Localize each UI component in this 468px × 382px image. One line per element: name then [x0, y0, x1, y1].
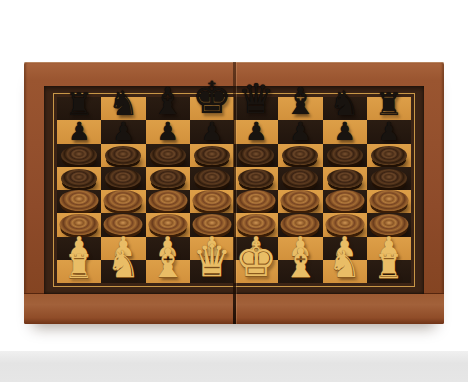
- square: [146, 144, 190, 167]
- square: ♟: [101, 237, 145, 260]
- square: ♟: [367, 237, 411, 260]
- black-pawn: ♟: [156, 119, 178, 144]
- dark-draughtsman: [282, 146, 318, 165]
- square: [146, 167, 190, 190]
- square: ♟: [367, 120, 411, 143]
- square: [234, 167, 278, 190]
- light-draughtsman: [237, 214, 276, 235]
- dark-draughtsman: [327, 169, 363, 188]
- black-pawn: ♟: [289, 119, 311, 144]
- light-draughtsman: [237, 190, 276, 211]
- black-pawn: ♟: [112, 119, 134, 144]
- square: ♝: [146, 97, 190, 120]
- square: [323, 190, 367, 213]
- square: [278, 213, 322, 236]
- light-draughtsman: [325, 214, 364, 235]
- black-pawn: ♟: [333, 119, 355, 144]
- square: ♚: [234, 260, 278, 283]
- square: [278, 144, 322, 167]
- square: [57, 144, 101, 167]
- square: [101, 144, 145, 167]
- square: ♛: [234, 97, 278, 120]
- square: [323, 213, 367, 236]
- light-draughtsman: [192, 214, 231, 235]
- dark-draughtsman: [194, 169, 230, 188]
- square: [57, 167, 101, 190]
- white-pawn: ♟: [111, 233, 135, 260]
- dark-draughtsman: [238, 169, 274, 188]
- square: ♜: [367, 97, 411, 120]
- light-draughtsman: [104, 190, 143, 211]
- dark-draughtsman: [105, 146, 141, 165]
- square: [278, 190, 322, 213]
- light-draughtsman: [148, 214, 187, 235]
- light-draughtsman: [148, 190, 187, 211]
- square: [146, 190, 190, 213]
- dark-draughtsman: [282, 169, 318, 188]
- light-draughtsman: [281, 214, 320, 235]
- square: [367, 167, 411, 190]
- table-surface: [0, 351, 468, 382]
- light-draughtsman: [192, 190, 231, 211]
- square: [57, 190, 101, 213]
- square: [190, 144, 234, 167]
- square: ♜: [367, 260, 411, 283]
- light-draughtsman: [369, 190, 408, 211]
- square: ♝: [278, 97, 322, 120]
- black-queen: ♛: [238, 79, 275, 120]
- square: ♟: [323, 120, 367, 143]
- black-pawn: ♟: [68, 119, 90, 144]
- dark-draughtsman: [327, 146, 363, 165]
- light-draughtsman: [369, 214, 408, 235]
- black-bishop: ♝: [284, 83, 317, 120]
- square: ♞: [101, 260, 145, 283]
- square: [190, 190, 234, 213]
- black-pawn: ♟: [201, 119, 223, 144]
- square: ♟: [234, 237, 278, 260]
- light-draughtsman: [60, 190, 99, 211]
- square: [234, 213, 278, 236]
- black-knight: ♞: [108, 86, 138, 120]
- square: ♜: [57, 97, 101, 120]
- square: ♟: [146, 120, 190, 143]
- white-pawn: ♟: [333, 233, 357, 260]
- square: [190, 167, 234, 190]
- white-pawn: ♟: [377, 233, 401, 260]
- square: [101, 213, 145, 236]
- square: [101, 190, 145, 213]
- light-draughtsman: [281, 190, 320, 211]
- black-rook: ♜: [65, 89, 93, 120]
- square: ♞: [323, 260, 367, 283]
- dark-draughtsman: [371, 169, 407, 188]
- square: ♟: [190, 120, 234, 143]
- dark-draughtsman: [371, 146, 407, 165]
- black-knight: ♞: [329, 86, 359, 120]
- light-draughtsman: [60, 214, 99, 235]
- square: ♚: [190, 97, 234, 120]
- black-rook: ♜: [375, 89, 403, 120]
- white-pawn: ♟: [288, 233, 312, 260]
- black-pawn: ♟: [245, 119, 267, 144]
- white-pawn: ♟: [244, 233, 268, 260]
- square: [278, 167, 322, 190]
- black-bishop: ♝: [151, 83, 184, 120]
- square: ♛: [190, 260, 234, 283]
- dark-draughtsman: [61, 169, 97, 188]
- dark-draughtsman: [150, 146, 186, 165]
- photo-folding-chess-draughts-board: { "game": "chess (starting position) wit…: [0, 0, 468, 382]
- square: ♟: [146, 237, 190, 260]
- square: ♝: [146, 260, 190, 283]
- square: [234, 190, 278, 213]
- square: [367, 144, 411, 167]
- square: ♟: [190, 237, 234, 260]
- black-king: ♚: [192, 76, 231, 120]
- square: ♟: [278, 120, 322, 143]
- hinge-gap: [233, 62, 236, 324]
- dark-draughtsman: [61, 146, 97, 165]
- square: ♟: [101, 120, 145, 143]
- light-draughtsman: [325, 190, 364, 211]
- square: [323, 144, 367, 167]
- square: [323, 167, 367, 190]
- square: [190, 213, 234, 236]
- white-pawn: ♟: [200, 233, 224, 260]
- dark-draughtsman: [105, 169, 141, 188]
- square: [367, 213, 411, 236]
- square: ♝: [278, 260, 322, 283]
- square: [367, 190, 411, 213]
- folding-board-box: ♜♞♝♚♛♝♞♜♟♟♟♟♟♟♟♟♟♟♟♟♟♟♟♟♜♞♝♛♚♝♞♜: [24, 62, 444, 324]
- white-pawn: ♟: [156, 233, 180, 260]
- square: ♟: [278, 237, 322, 260]
- black-pawn: ♟: [378, 119, 400, 144]
- square: ♜: [57, 260, 101, 283]
- square: ♟: [323, 237, 367, 260]
- square: ♟: [57, 237, 101, 260]
- light-draughtsman: [104, 214, 143, 235]
- white-pawn: ♟: [67, 233, 91, 260]
- square: ♟: [234, 120, 278, 143]
- square: ♞: [323, 97, 367, 120]
- square: [57, 213, 101, 236]
- square: [101, 167, 145, 190]
- dark-draughtsman: [238, 146, 274, 165]
- square: [234, 144, 278, 167]
- dark-draughtsman: [194, 146, 230, 165]
- square: [146, 213, 190, 236]
- square: ♟: [57, 120, 101, 143]
- dark-draughtsman: [150, 169, 186, 188]
- square: ♞: [101, 97, 145, 120]
